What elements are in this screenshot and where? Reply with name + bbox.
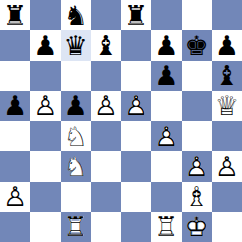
square-e4[interactable]: [121, 121, 151, 151]
square-d5[interactable]: ♟♙: [91, 91, 121, 121]
square-a1[interactable]: [0, 212, 30, 242]
piece-black-pawn[interactable]: ♟: [212, 30, 242, 60]
piece-black-king[interactable]: ♚: [182, 30, 212, 60]
square-c5[interactable]: ♟: [61, 91, 91, 121]
square-e1[interactable]: [121, 212, 151, 242]
piece-white-pawn[interactable]: ♟♙: [121, 91, 151, 121]
piece-outline-glyph: ♙: [182, 151, 212, 181]
square-h8[interactable]: [212, 0, 242, 30]
square-g1[interactable]: ♚♔: [182, 212, 212, 242]
square-b6[interactable]: [30, 61, 60, 91]
piece-solid-glyph: ♝: [212, 61, 242, 91]
square-h6[interactable]: ♝: [212, 61, 242, 91]
square-f5[interactable]: [151, 91, 181, 121]
square-g7[interactable]: ♚: [182, 30, 212, 60]
piece-outline-glyph: ♕: [212, 91, 242, 121]
piece-outline-glyph: ♖: [151, 212, 181, 242]
square-a5[interactable]: ♟: [0, 91, 30, 121]
piece-black-queen[interactable]: ♛: [61, 30, 91, 60]
piece-solid-glyph: ♛: [61, 30, 91, 60]
square-f2[interactable]: [151, 182, 181, 212]
piece-black-rook[interactable]: ♜: [121, 0, 151, 30]
piece-black-pawn[interactable]: ♟: [61, 91, 91, 121]
square-h1[interactable]: [212, 212, 242, 242]
square-f4[interactable]: ♟♙: [151, 121, 181, 151]
square-g2[interactable]: ♝♗: [182, 182, 212, 212]
piece-black-knight[interactable]: ♞: [61, 0, 91, 30]
square-c4[interactable]: ♞♘: [61, 121, 91, 151]
square-a7[interactable]: [0, 30, 30, 60]
piece-white-pawn[interactable]: ♟♙: [30, 91, 60, 121]
piece-black-pawn[interactable]: ♟: [0, 91, 30, 121]
square-b7[interactable]: ♟: [30, 30, 60, 60]
square-b1[interactable]: [30, 212, 60, 242]
square-f3[interactable]: [151, 151, 181, 181]
square-d6[interactable]: [91, 61, 121, 91]
piece-solid-glyph: ♟: [0, 91, 30, 121]
piece-outline-glyph: ♙: [151, 121, 181, 151]
square-e6[interactable]: [121, 61, 151, 91]
square-a6[interactable]: [0, 61, 30, 91]
piece-outline-glyph: ♙: [91, 91, 121, 121]
square-a3[interactable]: [0, 151, 30, 181]
square-e3[interactable]: [121, 151, 151, 181]
piece-black-rook[interactable]: ♜: [0, 0, 30, 30]
square-h2[interactable]: [212, 182, 242, 212]
piece-solid-glyph: ♜: [121, 0, 151, 30]
square-b5[interactable]: ♟♙: [30, 91, 60, 121]
square-b8[interactable]: [30, 0, 60, 30]
piece-white-pawn[interactable]: ♟♙: [91, 91, 121, 121]
piece-white-pawn[interactable]: ♟♙: [182, 151, 212, 181]
piece-outline-glyph: ♙: [0, 182, 30, 212]
piece-outline-glyph: ♔: [182, 212, 212, 242]
piece-black-pawn[interactable]: ♟: [151, 30, 181, 60]
square-d1[interactable]: [91, 212, 121, 242]
square-b2[interactable]: [30, 182, 60, 212]
square-d2[interactable]: [91, 182, 121, 212]
piece-outline-glyph: ♙: [30, 91, 60, 121]
piece-black-pawn[interactable]: ♟: [30, 30, 60, 60]
square-b4[interactable]: [30, 121, 60, 151]
square-d7[interactable]: ♝: [91, 30, 121, 60]
square-g3[interactable]: ♟♙: [182, 151, 212, 181]
square-c7[interactable]: ♛: [61, 30, 91, 60]
square-f1[interactable]: ♜♖: [151, 212, 181, 242]
square-g6[interactable]: [182, 61, 212, 91]
piece-white-rook[interactable]: ♜♖: [61, 212, 91, 242]
piece-white-rook[interactable]: ♜♖: [151, 212, 181, 242]
square-c3[interactable]: ♞♘: [61, 151, 91, 181]
piece-solid-glyph: ♟: [151, 61, 181, 91]
square-c1[interactable]: ♜♖: [61, 212, 91, 242]
square-a8[interactable]: ♜: [0, 0, 30, 30]
piece-white-king[interactable]: ♚♔: [182, 212, 212, 242]
square-d4[interactable]: [91, 121, 121, 151]
piece-solid-glyph: ♞: [61, 0, 91, 30]
piece-white-pawn[interactable]: ♟♙: [212, 151, 242, 181]
square-f7[interactable]: ♟: [151, 30, 181, 60]
piece-white-knight[interactable]: ♞♘: [61, 121, 91, 151]
square-h7[interactable]: ♟: [212, 30, 242, 60]
square-b3[interactable]: [30, 151, 60, 181]
piece-white-queen[interactable]: ♛♕: [212, 91, 242, 121]
square-a4[interactable]: [0, 121, 30, 151]
square-e2[interactable]: [121, 182, 151, 212]
square-d8[interactable]: [91, 0, 121, 30]
square-f6[interactable]: ♟: [151, 61, 181, 91]
square-h3[interactable]: ♟♙: [212, 151, 242, 181]
square-c8[interactable]: ♞: [61, 0, 91, 30]
piece-black-pawn[interactable]: ♟: [151, 61, 181, 91]
piece-solid-glyph: ♜: [0, 0, 30, 30]
piece-solid-glyph: ♟: [30, 30, 60, 60]
piece-solid-glyph: ♝: [91, 30, 121, 60]
piece-solid-glyph: ♟: [61, 91, 91, 121]
chess-board: ♜♞♜♟♛♝♟♚♟♟♝♟♟♙♟♟♙♟♙♛♕♞♘♟♙♞♘♟♙♟♙♟♙♝♗♜♖♜♖♚…: [0, 0, 242, 242]
piece-white-bishop[interactable]: ♝♗: [182, 182, 212, 212]
piece-solid-glyph: ♟: [212, 30, 242, 60]
square-c6[interactable]: [61, 61, 91, 91]
piece-black-bishop[interactable]: ♝: [91, 30, 121, 60]
square-e7[interactable]: [121, 30, 151, 60]
piece-white-pawn[interactable]: ♟♙: [151, 121, 181, 151]
piece-white-knight[interactable]: ♞♘: [61, 151, 91, 181]
piece-outline-glyph: ♖: [61, 212, 91, 242]
square-g8[interactable]: [182, 0, 212, 30]
square-g4[interactable]: [182, 121, 212, 151]
square-d3[interactable]: [91, 151, 121, 181]
piece-outline-glyph: ♙: [212, 151, 242, 181]
square-c2[interactable]: [61, 182, 91, 212]
piece-solid-glyph: ♚: [182, 30, 212, 60]
square-e8[interactable]: ♜: [121, 0, 151, 30]
piece-outline-glyph: ♘: [61, 151, 91, 181]
square-g5[interactable]: [182, 91, 212, 121]
square-h4[interactable]: [212, 121, 242, 151]
piece-solid-glyph: ♟: [151, 30, 181, 60]
piece-black-bishop[interactable]: ♝: [212, 61, 242, 91]
square-e5[interactable]: ♟♙: [121, 91, 151, 121]
piece-outline-glyph: ♘: [61, 121, 91, 151]
square-f8[interactable]: [151, 0, 181, 30]
piece-white-pawn[interactable]: ♟♙: [0, 182, 30, 212]
piece-outline-glyph: ♙: [121, 91, 151, 121]
piece-outline-glyph: ♗: [182, 182, 212, 212]
square-a2[interactable]: ♟♙: [0, 182, 30, 212]
square-h5[interactable]: ♛♕: [212, 91, 242, 121]
